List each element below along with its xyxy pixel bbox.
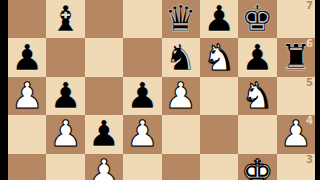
black-bishop-piece[interactable]: ♝ xyxy=(49,0,81,38)
square-g5[interactable]: ♞ xyxy=(238,77,276,115)
rank-label-3: 3 xyxy=(306,154,313,165)
white-pawn-piece[interactable]: ♟ xyxy=(11,77,43,115)
black-pawn-piece[interactable]: ♟ xyxy=(126,77,158,115)
black-pawn-piece[interactable]: ♟ xyxy=(241,39,273,77)
square-f5[interactable] xyxy=(200,77,238,115)
rank-label-5: 5 xyxy=(306,77,313,88)
square-e4[interactable] xyxy=(162,115,200,153)
square-b3[interactable] xyxy=(46,154,84,180)
white-knight-piece[interactable]: ♞ xyxy=(241,77,273,115)
letterbox-left xyxy=(0,0,8,180)
white-pawn-piece[interactable]: ♟ xyxy=(49,115,81,153)
black-pawn-piece[interactable]: ♟ xyxy=(11,39,43,77)
square-b4[interactable]: ♟ xyxy=(46,115,84,153)
square-g4[interactable] xyxy=(238,115,276,153)
square-a4[interactable] xyxy=(8,115,46,153)
square-d4[interactable]: ♟ xyxy=(123,115,161,153)
square-b5[interactable]: ♟ xyxy=(46,77,84,115)
square-a7[interactable] xyxy=(8,0,46,38)
square-f4[interactable] xyxy=(200,115,238,153)
square-g3[interactable]: ♚ xyxy=(238,154,276,180)
white-pawn-piece[interactable]: ♟ xyxy=(88,154,120,180)
black-pawn-piece[interactable]: ♟ xyxy=(88,115,120,153)
chess-app-screen: ♝♛♟♚7♟♞♞♟♜6♟♟♟♟♞5♟♟♟♟4♟♚3 xyxy=(0,0,320,180)
square-f3[interactable] xyxy=(200,154,238,180)
white-pawn-piece[interactable]: ♟ xyxy=(165,77,197,115)
black-king-piece[interactable]: ♚ xyxy=(241,0,273,38)
white-king-piece[interactable]: ♚ xyxy=(241,154,273,180)
white-pawn-piece[interactable]: ♟ xyxy=(126,115,158,153)
square-f7[interactable]: ♟ xyxy=(200,0,238,38)
square-g6[interactable]: ♟ xyxy=(238,38,276,76)
square-e6[interactable]: ♞ xyxy=(162,38,200,76)
square-g7[interactable]: ♚ xyxy=(238,0,276,38)
square-h5[interactable]: 5 xyxy=(277,77,315,115)
square-a5[interactable]: ♟ xyxy=(8,77,46,115)
square-b6[interactable] xyxy=(46,38,84,76)
rank-label-6: 6 xyxy=(306,38,313,49)
square-d6[interactable] xyxy=(123,38,161,76)
letterbox-right xyxy=(315,0,320,180)
black-pawn-piece[interactable]: ♟ xyxy=(49,77,81,115)
square-a6[interactable]: ♟ xyxy=(8,38,46,76)
rank-label-7: 7 xyxy=(306,0,313,11)
square-c7[interactable] xyxy=(85,0,123,38)
square-c3[interactable]: ♟ xyxy=(85,154,123,180)
square-h7[interactable]: 7 xyxy=(277,0,315,38)
chess-board: ♝♛♟♚7♟♞♞♟♜6♟♟♟♟♞5♟♟♟♟4♟♚3 xyxy=(8,0,315,180)
square-c5[interactable] xyxy=(85,77,123,115)
square-e3[interactable] xyxy=(162,154,200,180)
square-c4[interactable]: ♟ xyxy=(85,115,123,153)
square-d5[interactable]: ♟ xyxy=(123,77,161,115)
square-e5[interactable]: ♟ xyxy=(162,77,200,115)
square-d7[interactable] xyxy=(123,0,161,38)
square-b7[interactable]: ♝ xyxy=(46,0,84,38)
square-d3[interactable] xyxy=(123,154,161,180)
black-pawn-piece[interactable]: ♟ xyxy=(203,0,235,38)
square-f6[interactable]: ♞ xyxy=(200,38,238,76)
black-queen-piece[interactable]: ♛ xyxy=(165,0,197,38)
square-a3[interactable] xyxy=(8,154,46,180)
square-h6[interactable]: ♜6 xyxy=(277,38,315,76)
square-h4[interactable]: ♟4 xyxy=(277,115,315,153)
black-knight-piece[interactable]: ♞ xyxy=(165,39,197,77)
square-h3[interactable]: 3 xyxy=(277,154,315,180)
white-knight-piece[interactable]: ♞ xyxy=(203,39,235,77)
square-c6[interactable] xyxy=(85,38,123,76)
rank-label-4: 4 xyxy=(306,115,313,126)
square-e7[interactable]: ♛ xyxy=(162,0,200,38)
